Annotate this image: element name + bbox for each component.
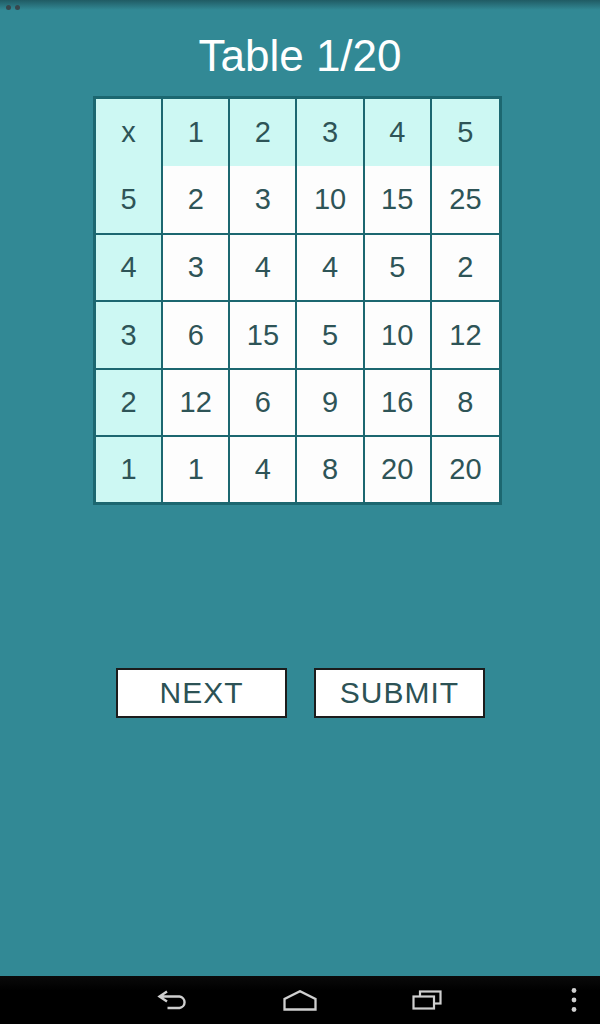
next-button[interactable]: NEXT — [116, 668, 287, 718]
grid-cell-r3-c2[interactable]: 15 — [230, 300, 297, 367]
grid-cell-r2-c3[interactable]: 9 — [297, 368, 364, 435]
grid-row-header-2: 2 — [96, 368, 163, 435]
submit-button[interactable]: SUBMIT — [314, 668, 485, 718]
status-bar — [0, 0, 600, 10]
grid-cell-r1-c4[interactable]: 20 — [365, 435, 432, 502]
back-button[interactable] — [148, 976, 196, 1024]
grid-cell-r5-c3[interactable]: 10 — [297, 166, 364, 233]
grid-cell-r2-c5[interactable]: 8 — [432, 368, 499, 435]
grid-cell-r4-c2[interactable]: 4 — [230, 233, 297, 300]
home-button[interactable] — [276, 976, 324, 1024]
grid-cell-r1-c2[interactable]: 4 — [230, 435, 297, 502]
grid-cell-r5-c1[interactable]: 2 — [163, 166, 230, 233]
notification-dot-icon — [15, 5, 20, 10]
recents-button[interactable] — [403, 976, 451, 1024]
grid-cell-r2-c2[interactable]: 6 — [230, 368, 297, 435]
grid-cell-r2-c4[interactable]: 16 — [365, 368, 432, 435]
notification-dot-icon — [6, 5, 11, 10]
grid-cell-r3-c1[interactable]: 6 — [163, 300, 230, 367]
grid-col-header-1: 1 — [163, 99, 230, 166]
home-icon — [283, 990, 317, 1011]
grid-cell-r3-c3[interactable]: 5 — [297, 300, 364, 367]
grid-cell-r3-c5[interactable]: 12 — [432, 300, 499, 367]
back-icon — [156, 989, 188, 1011]
page-title: Table 1/20 — [0, 28, 600, 84]
grid-cell-r4-c4[interactable]: 5 — [365, 233, 432, 300]
grid-cell-r2-c1[interactable]: 12 — [163, 368, 230, 435]
recents-icon — [412, 990, 442, 1010]
grid-col-header-4: 4 — [365, 99, 432, 166]
overflow-menu-button[interactable] — [550, 976, 598, 1024]
grid-corner-cell: x — [96, 99, 163, 166]
grid-cell-r4-c5[interactable]: 2 — [432, 233, 499, 300]
grid-cell-r5-c2[interactable]: 3 — [230, 166, 297, 233]
android-nav-bar — [0, 976, 600, 1024]
grid-cell-r5-c4[interactable]: 15 — [365, 166, 432, 233]
grid-cell-r4-c1[interactable]: 3 — [163, 233, 230, 300]
grid-cell-r1-c5[interactable]: 20 — [432, 435, 499, 502]
grid-cell-r3-c4[interactable]: 10 — [365, 300, 432, 367]
grid-row-header-3: 3 — [96, 300, 163, 367]
grid-col-header-2: 2 — [230, 99, 297, 166]
multiplication-table-grid: x123455231015254344523615510122126916811… — [93, 96, 502, 505]
grid-row-header-4: 4 — [96, 233, 163, 300]
grid-cell-r4-c3[interactable]: 4 — [297, 233, 364, 300]
grid-col-header-5: 5 — [432, 99, 499, 166]
overflow-menu-icon — [570, 987, 578, 1013]
grid-col-header-3: 3 — [297, 99, 364, 166]
grid-row-header-1: 1 — [96, 435, 163, 502]
grid-cell-r1-c3[interactable]: 8 — [297, 435, 364, 502]
grid-cell-r1-c1[interactable]: 1 — [163, 435, 230, 502]
grid-cell-r5-c5[interactable]: 25 — [432, 166, 499, 233]
grid-row-header-5: 5 — [96, 166, 163, 233]
